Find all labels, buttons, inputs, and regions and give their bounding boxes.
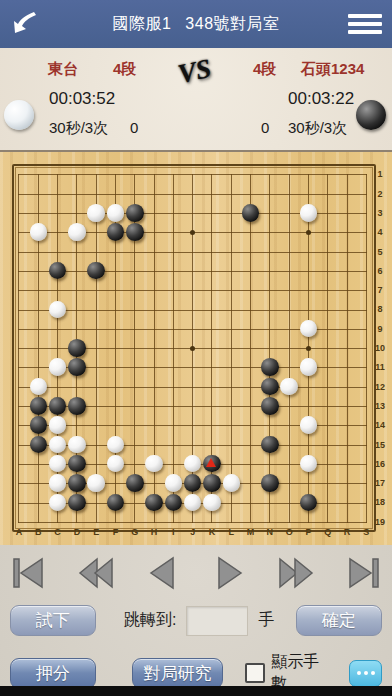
board-cell-O7[interactable] <box>280 281 299 300</box>
board-cell-E4[interactable] <box>87 223 106 242</box>
board-cell-O8[interactable] <box>280 300 299 319</box>
board-cell-K12[interactable] <box>202 378 221 397</box>
board-cell-B4[interactable] <box>29 223 48 242</box>
board-cell-E11[interactable] <box>87 358 106 377</box>
board-cell-J16[interactable] <box>183 455 202 474</box>
board-cell-F15[interactable] <box>106 436 125 455</box>
board-cell-L7[interactable] <box>222 281 241 300</box>
board-cell-E14[interactable] <box>87 416 106 435</box>
board-cell-E13[interactable] <box>87 397 106 416</box>
board-cell-L8[interactable] <box>222 300 241 319</box>
board-cell-N8[interactable] <box>260 300 279 319</box>
board-cell-Q9[interactable] <box>318 320 337 339</box>
jump-move-input[interactable] <box>186 606 248 636</box>
board-cell-M4[interactable] <box>241 223 260 242</box>
board-cell-K1[interactable] <box>202 165 221 184</box>
board-cell-I17[interactable] <box>164 474 183 493</box>
board-cell-I16[interactable] <box>164 455 183 474</box>
board-cell-N17[interactable] <box>260 474 279 493</box>
board-cell-A6[interactable] <box>9 262 28 281</box>
board-cell-D15[interactable] <box>67 436 86 455</box>
board-cell-C4[interactable] <box>48 223 67 242</box>
board-cell-H5[interactable] <box>144 243 163 262</box>
board-cell-P13[interactable] <box>299 397 318 416</box>
board-cell-R13[interactable] <box>337 397 356 416</box>
board-cell-C18[interactable] <box>48 493 67 512</box>
board-cell-D6[interactable] <box>67 262 86 281</box>
board-cell-L5[interactable] <box>222 243 241 262</box>
board-cell-M10[interactable] <box>241 339 260 358</box>
board-cell-Q15[interactable] <box>318 436 337 455</box>
board-cell-G9[interactable] <box>125 320 144 339</box>
board-cell-M1[interactable] <box>241 165 260 184</box>
board-cell-C6[interactable] <box>48 262 67 281</box>
board-cell-P16[interactable] <box>299 455 318 474</box>
board-cell-K16[interactable] <box>202 455 221 474</box>
checkbox-box[interactable] <box>245 663 265 683</box>
back-icon[interactable] <box>10 8 46 40</box>
board-cell-L10[interactable] <box>222 339 241 358</box>
board-cell-O12[interactable] <box>280 378 299 397</box>
board-cell-M2[interactable] <box>241 185 260 204</box>
board-cell-N5[interactable] <box>260 243 279 262</box>
board-cell-N13[interactable] <box>260 397 279 416</box>
board-cell-F4[interactable] <box>106 223 125 242</box>
board-cell-A5[interactable] <box>9 243 28 262</box>
menu-icon[interactable] <box>348 10 382 38</box>
board-cell-H11[interactable] <box>144 358 163 377</box>
board-cell-K8[interactable] <box>202 300 221 319</box>
board-cell-Q8[interactable] <box>318 300 337 319</box>
board-cell-F17[interactable] <box>106 474 125 493</box>
skip-to-end-button[interactable] <box>344 555 382 591</box>
board-cell-K13[interactable] <box>202 397 221 416</box>
chat-bubble-icon[interactable] <box>349 660 382 687</box>
board-cell-C8[interactable] <box>48 300 67 319</box>
board-cell-N10[interactable] <box>260 339 279 358</box>
board-cell-K14[interactable] <box>202 416 221 435</box>
board-cell-G12[interactable] <box>125 378 144 397</box>
board-cell-J11[interactable] <box>183 358 202 377</box>
board-cell-L15[interactable] <box>222 436 241 455</box>
board-cell-D17[interactable] <box>67 474 86 493</box>
board-cell-N18[interactable] <box>260 493 279 512</box>
board-cell-B12[interactable] <box>29 378 48 397</box>
board-cell-H18[interactable] <box>144 493 163 512</box>
board-cell-H8[interactable] <box>144 300 163 319</box>
board-cell-G15[interactable] <box>125 436 144 455</box>
board-cell-A9[interactable] <box>9 320 28 339</box>
board-cell-M9[interactable] <box>241 320 260 339</box>
board-cell-G17[interactable] <box>125 474 144 493</box>
board-cell-C5[interactable] <box>48 243 67 262</box>
board-cell-E16[interactable] <box>87 455 106 474</box>
board-cell-A10[interactable] <box>9 339 28 358</box>
board-cell-R7[interactable] <box>337 281 356 300</box>
game-study-button[interactable]: 對局研究 <box>132 658 224 689</box>
board-cell-K3[interactable] <box>202 204 221 223</box>
board-cell-R12[interactable] <box>337 378 356 397</box>
board-cell-K7[interactable] <box>202 281 221 300</box>
confirm-button[interactable]: 確定 <box>296 605 382 636</box>
board-cell-P6[interactable] <box>299 262 318 281</box>
board-cell-D11[interactable] <box>67 358 86 377</box>
board-cell-E18[interactable] <box>87 493 106 512</box>
board-cell-O13[interactable] <box>280 397 299 416</box>
board-cell-H12[interactable] <box>144 378 163 397</box>
board-cell-J4[interactable] <box>183 223 202 242</box>
board-cell-F6[interactable] <box>106 262 125 281</box>
backward-button[interactable] <box>144 555 182 591</box>
board-cell-B7[interactable] <box>29 281 48 300</box>
board-cell-B9[interactable] <box>29 320 48 339</box>
board-cell-Q4[interactable] <box>318 223 337 242</box>
board-cell-J6[interactable] <box>183 262 202 281</box>
board-cell-F1[interactable] <box>106 165 125 184</box>
board-cell-B17[interactable] <box>29 474 48 493</box>
board-cell-I15[interactable] <box>164 436 183 455</box>
board-cell-A3[interactable] <box>9 204 28 223</box>
board-cell-D14[interactable] <box>67 416 86 435</box>
board-cell-J3[interactable] <box>183 204 202 223</box>
board-cell-B18[interactable] <box>29 493 48 512</box>
board-cell-Q3[interactable] <box>318 204 337 223</box>
board-cell-B14[interactable] <box>29 416 48 435</box>
board-cell-I2[interactable] <box>164 185 183 204</box>
board-cell-C1[interactable] <box>48 165 67 184</box>
board-cell-C16[interactable] <box>48 455 67 474</box>
board-cell-O9[interactable] <box>280 320 299 339</box>
board-cell-P9[interactable] <box>299 320 318 339</box>
board-cell-C3[interactable] <box>48 204 67 223</box>
board-cell-Q17[interactable] <box>318 474 337 493</box>
board-cell-H3[interactable] <box>144 204 163 223</box>
board-cell-A13[interactable] <box>9 397 28 416</box>
board-cell-K2[interactable] <box>202 185 221 204</box>
board-cell-D5[interactable] <box>67 243 86 262</box>
board-cell-A1[interactable] <box>9 165 28 184</box>
board-cell-O3[interactable] <box>280 204 299 223</box>
board-cell-I5[interactable] <box>164 243 183 262</box>
board-cell-L3[interactable] <box>222 204 241 223</box>
board-cell-H16[interactable] <box>144 455 163 474</box>
board-cell-Q5[interactable] <box>318 243 337 262</box>
board-cell-C2[interactable] <box>48 185 67 204</box>
board-cell-K4[interactable] <box>202 223 221 242</box>
board-cell-K18[interactable] <box>202 493 221 512</box>
board-cell-C12[interactable] <box>48 378 67 397</box>
board-cell-M16[interactable] <box>241 455 260 474</box>
board-cell-A15[interactable] <box>9 436 28 455</box>
board-cell-P8[interactable] <box>299 300 318 319</box>
board-cell-M11[interactable] <box>241 358 260 377</box>
board-cell-D2[interactable] <box>67 185 86 204</box>
board-cell-P5[interactable] <box>299 243 318 262</box>
board-cell-R1[interactable] <box>337 165 356 184</box>
board-cell-L17[interactable] <box>222 474 241 493</box>
board-cell-E1[interactable] <box>87 165 106 184</box>
board-cell-E5[interactable] <box>87 243 106 262</box>
board-cell-N4[interactable] <box>260 223 279 242</box>
board-cell-R8[interactable] <box>337 300 356 319</box>
board-cell-P14[interactable] <box>299 416 318 435</box>
board-cell-I18[interactable] <box>164 493 183 512</box>
board-cell-H13[interactable] <box>144 397 163 416</box>
board-cell-J18[interactable] <box>183 493 202 512</box>
board-cell-I10[interactable] <box>164 339 183 358</box>
board-cell-J12[interactable] <box>183 378 202 397</box>
board-cell-P17[interactable] <box>299 474 318 493</box>
board-cell-K11[interactable] <box>202 358 221 377</box>
board-cell-J14[interactable] <box>183 416 202 435</box>
board-cell-E12[interactable] <box>87 378 106 397</box>
board-cell-R18[interactable] <box>337 493 356 512</box>
board-cell-B15[interactable] <box>29 436 48 455</box>
board-cell-C10[interactable] <box>48 339 67 358</box>
board-cell-D18[interactable] <box>67 493 86 512</box>
board-cell-O5[interactable] <box>280 243 299 262</box>
board-cell-M8[interactable] <box>241 300 260 319</box>
board-cell-P4[interactable] <box>299 223 318 242</box>
board-cell-H14[interactable] <box>144 416 163 435</box>
board-cell-E10[interactable] <box>87 339 106 358</box>
board-cell-C17[interactable] <box>48 474 67 493</box>
board-cell-H2[interactable] <box>144 185 163 204</box>
board-cell-M3[interactable] <box>241 204 260 223</box>
board-cell-D16[interactable] <box>67 455 86 474</box>
board-cell-D1[interactable] <box>67 165 86 184</box>
board-cell-F12[interactable] <box>106 378 125 397</box>
board-cell-Q10[interactable] <box>318 339 337 358</box>
board-cell-O14[interactable] <box>280 416 299 435</box>
board-cell-L4[interactable] <box>222 223 241 242</box>
board-cell-L18[interactable] <box>222 493 241 512</box>
board-cell-G6[interactable] <box>125 262 144 281</box>
board-cell-N6[interactable] <box>260 262 279 281</box>
board-cell-D9[interactable] <box>67 320 86 339</box>
board-cell-K6[interactable] <box>202 262 221 281</box>
board-cell-R10[interactable] <box>337 339 356 358</box>
board-cell-G5[interactable] <box>125 243 144 262</box>
board-cell-P15[interactable] <box>299 436 318 455</box>
board-cell-H10[interactable] <box>144 339 163 358</box>
board-cell-J7[interactable] <box>183 281 202 300</box>
board-cell-H9[interactable] <box>144 320 163 339</box>
board-cell-A2[interactable] <box>9 185 28 204</box>
board-cell-J5[interactable] <box>183 243 202 262</box>
board-cell-P3[interactable] <box>299 204 318 223</box>
board-cell-A18[interactable] <box>9 493 28 512</box>
board-cell-B8[interactable] <box>29 300 48 319</box>
board-cell-O2[interactable] <box>280 185 299 204</box>
board-cell-L2[interactable] <box>222 185 241 204</box>
board-cell-H15[interactable] <box>144 436 163 455</box>
board-cell-G18[interactable] <box>125 493 144 512</box>
board-cell-E17[interactable] <box>87 474 106 493</box>
try-move-button[interactable]: 試下 <box>10 605 96 636</box>
board-cell-J13[interactable] <box>183 397 202 416</box>
board-cell-M13[interactable] <box>241 397 260 416</box>
board-cell-N15[interactable] <box>260 436 279 455</box>
board-cell-O15[interactable] <box>280 436 299 455</box>
board-cell-Q16[interactable] <box>318 455 337 474</box>
board-cell-G8[interactable] <box>125 300 144 319</box>
board-cell-Q14[interactable] <box>318 416 337 435</box>
board-cell-L11[interactable] <box>222 358 241 377</box>
board-cell-I13[interactable] <box>164 397 183 416</box>
board-cell-K10[interactable] <box>202 339 221 358</box>
board-cell-G11[interactable] <box>125 358 144 377</box>
board-cell-R6[interactable] <box>337 262 356 281</box>
board-cell-I4[interactable] <box>164 223 183 242</box>
board-cell-A8[interactable] <box>9 300 28 319</box>
board-cell-A12[interactable] <box>9 378 28 397</box>
board-cell-Q18[interactable] <box>318 493 337 512</box>
board-cell-O18[interactable] <box>280 493 299 512</box>
board-cell-K9[interactable] <box>202 320 221 339</box>
board-cell-B3[interactable] <box>29 204 48 223</box>
board-cell-P7[interactable] <box>299 281 318 300</box>
board-cell-Q12[interactable] <box>318 378 337 397</box>
board-cell-M7[interactable] <box>241 281 260 300</box>
board-cell-K15[interactable] <box>202 436 221 455</box>
board-cell-I9[interactable] <box>164 320 183 339</box>
bet-points-button[interactable]: 押分 <box>10 658 96 689</box>
board-cell-M14[interactable] <box>241 416 260 435</box>
board-cell-A11[interactable] <box>9 358 28 377</box>
board-cell-F16[interactable] <box>106 455 125 474</box>
board-cell-N7[interactable] <box>260 281 279 300</box>
board-cell-B10[interactable] <box>29 339 48 358</box>
fast-forward-button[interactable] <box>277 555 315 591</box>
board-cell-P12[interactable] <box>299 378 318 397</box>
board-cell-R5[interactable] <box>337 243 356 262</box>
board-cell-D8[interactable] <box>67 300 86 319</box>
board-cell-N2[interactable] <box>260 185 279 204</box>
board-cell-N12[interactable] <box>260 378 279 397</box>
board-cell-F2[interactable] <box>106 185 125 204</box>
board-cell-J1[interactable] <box>183 165 202 184</box>
board-cell-P2[interactable] <box>299 185 318 204</box>
board-cell-N14[interactable] <box>260 416 279 435</box>
board-cell-O10[interactable] <box>280 339 299 358</box>
board-cell-G14[interactable] <box>125 416 144 435</box>
board-cell-O6[interactable] <box>280 262 299 281</box>
forward-button[interactable] <box>210 555 248 591</box>
board-cell-P10[interactable] <box>299 339 318 358</box>
board-cell-N16[interactable] <box>260 455 279 474</box>
board-cell-C15[interactable] <box>48 436 67 455</box>
board-cell-R17[interactable] <box>337 474 356 493</box>
board-cell-A17[interactable] <box>9 474 28 493</box>
board-cell-O1[interactable] <box>280 165 299 184</box>
board-cell-J8[interactable] <box>183 300 202 319</box>
board-cell-A7[interactable] <box>9 281 28 300</box>
board-cell-F3[interactable] <box>106 204 125 223</box>
board-cell-E6[interactable] <box>87 262 106 281</box>
board-cell-I11[interactable] <box>164 358 183 377</box>
board-cell-I8[interactable] <box>164 300 183 319</box>
board-cell-M15[interactable] <box>241 436 260 455</box>
board-cell-B11[interactable] <box>29 358 48 377</box>
board-cell-C9[interactable] <box>48 320 67 339</box>
board-cell-G16[interactable] <box>125 455 144 474</box>
fast-backward-button[interactable] <box>77 555 115 591</box>
board-cell-M5[interactable] <box>241 243 260 262</box>
board-cell-I14[interactable] <box>164 416 183 435</box>
board-cell-G3[interactable] <box>125 204 144 223</box>
board-cell-N1[interactable] <box>260 165 279 184</box>
board-cell-A14[interactable] <box>9 416 28 435</box>
board-cell-E8[interactable] <box>87 300 106 319</box>
board-cell-G13[interactable] <box>125 397 144 416</box>
board-cell-J10[interactable] <box>183 339 202 358</box>
board-cell-G2[interactable] <box>125 185 144 204</box>
board-cell-F5[interactable] <box>106 243 125 262</box>
board-cell-M12[interactable] <box>241 378 260 397</box>
board-cell-D13[interactable] <box>67 397 86 416</box>
board-cell-B2[interactable] <box>29 185 48 204</box>
board-cell-Q2[interactable] <box>318 185 337 204</box>
board-cell-R3[interactable] <box>337 204 356 223</box>
board-cell-R14[interactable] <box>337 416 356 435</box>
board-cell-L13[interactable] <box>222 397 241 416</box>
board-cell-D10[interactable] <box>67 339 86 358</box>
board-cell-K17[interactable] <box>202 474 221 493</box>
board-cell-G1[interactable] <box>125 165 144 184</box>
board-cell-E7[interactable] <box>87 281 106 300</box>
board-cell-H7[interactable] <box>144 281 163 300</box>
board-cell-I3[interactable] <box>164 204 183 223</box>
board-cell-E15[interactable] <box>87 436 106 455</box>
board-cell-L12[interactable] <box>222 378 241 397</box>
board-cell-O11[interactable] <box>280 358 299 377</box>
board-cell-G10[interactable] <box>125 339 144 358</box>
board-cell-M18[interactable] <box>241 493 260 512</box>
board-cell-Q13[interactable] <box>318 397 337 416</box>
board-cell-B13[interactable] <box>29 397 48 416</box>
board-cell-F10[interactable] <box>106 339 125 358</box>
board-cell-F7[interactable] <box>106 281 125 300</box>
board-cell-E3[interactable] <box>87 204 106 223</box>
board-cell-F8[interactable] <box>106 300 125 319</box>
board-cell-B5[interactable] <box>29 243 48 262</box>
board-cell-Q11[interactable] <box>318 358 337 377</box>
board-cell-N9[interactable] <box>260 320 279 339</box>
board-cell-D7[interactable] <box>67 281 86 300</box>
board-cell-Q7[interactable] <box>318 281 337 300</box>
board-cell-I12[interactable] <box>164 378 183 397</box>
board-cell-D4[interactable] <box>67 223 86 242</box>
board-cell-H6[interactable] <box>144 262 163 281</box>
board-cell-J15[interactable] <box>183 436 202 455</box>
board-cell-E2[interactable] <box>87 185 106 204</box>
board-cell-H17[interactable] <box>144 474 163 493</box>
board-cell-F18[interactable] <box>106 493 125 512</box>
board-cell-F13[interactable] <box>106 397 125 416</box>
board-cell-G7[interactable] <box>125 281 144 300</box>
board-cell-J17[interactable] <box>183 474 202 493</box>
board-cell-R15[interactable] <box>337 436 356 455</box>
board-cell-R16[interactable] <box>337 455 356 474</box>
board-cell-Q6[interactable] <box>318 262 337 281</box>
board-cell-O16[interactable] <box>280 455 299 474</box>
board-cell-K5[interactable] <box>202 243 221 262</box>
board-cell-P1[interactable] <box>299 165 318 184</box>
board-cell-C7[interactable] <box>48 281 67 300</box>
board-cell-L16[interactable] <box>222 455 241 474</box>
board-cell-E9[interactable] <box>87 320 106 339</box>
